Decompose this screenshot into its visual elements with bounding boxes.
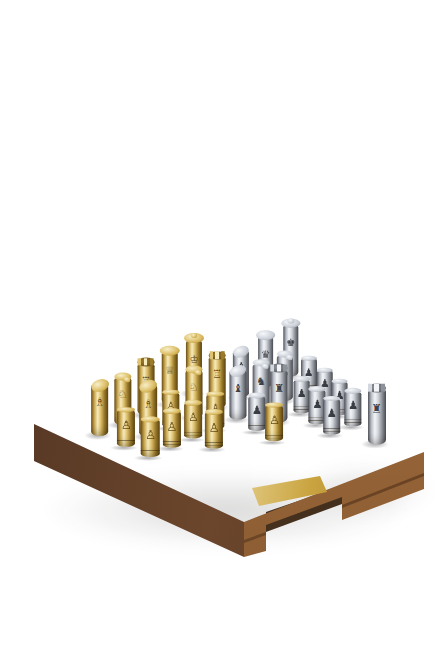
piece-silver-pawn-g3[interactable]: ♟	[323, 398, 341, 434]
rook-crenellation	[209, 351, 225, 358]
piece-glyph: ♔	[186, 354, 202, 365]
piece-gold-bishop-a8[interactable]: ♗	[91, 383, 109, 436]
drawer-notch[interactable]	[0, 0, 435, 650]
piece-gold-pawn-c5[interactable]: ♙	[205, 412, 223, 449]
piece-glyph: ♙	[184, 412, 202, 424]
piece-gold-pawn-c6[interactable]: ♙	[184, 402, 202, 439]
piece-body: ♟	[344, 392, 361, 426]
piece-silver-bishop-e6[interactable]: ♝	[229, 369, 246, 420]
rook-crenellation	[271, 364, 288, 372]
piece-body: ♙	[265, 406, 283, 441]
piece-glyph: ♟	[323, 408, 341, 420]
piece-glyph: ♟	[293, 388, 310, 399]
piece-glyph: ♟	[344, 400, 361, 411]
piece-cap	[248, 393, 266, 399]
piece-glyph: ♝	[229, 383, 246, 394]
piece-silver-pawn-g5[interactable]: ♟	[293, 379, 310, 414]
piece-cap	[162, 389, 179, 395]
piece-body: ♟	[323, 400, 341, 435]
piece-body: ♙	[163, 412, 181, 448]
piece-glyph: ♙	[163, 421, 181, 433]
piece-cap	[163, 408, 181, 414]
piece-glyph: ♞	[253, 376, 270, 387]
piece-cap	[344, 388, 361, 394]
piece-silver-pawn-e5[interactable]: ♟	[248, 395, 266, 431]
piece-glyph: ♚	[283, 338, 298, 348]
piece-silver-rook-h1[interactable]: ♜	[368, 388, 386, 445]
piece-glyph: ♕	[162, 365, 179, 376]
piece-gold-pawn-b6[interactable]: ♙	[163, 411, 181, 448]
rook-crenellation	[368, 384, 385, 392]
piece-cap	[331, 378, 348, 384]
piece-cap	[205, 409, 223, 415]
piece-cap	[293, 376, 310, 382]
piece-glyph: ♖	[209, 369, 226, 380]
piece-glyph: ♙	[117, 419, 135, 431]
piece-body: ♙	[117, 411, 135, 447]
piece-body: ♝	[229, 371, 246, 420]
piece-glyph: ♜	[368, 403, 386, 415]
drawer-seam-left	[0, 0, 435, 650]
piece-glyph: ♙	[141, 429, 160, 441]
piece-gold-pawn-e4[interactable]: ♙	[265, 405, 283, 442]
piece-cap	[141, 416, 160, 422]
piece-cap	[207, 391, 224, 397]
piece-body: ♙	[205, 413, 223, 449]
piece-glyph: ♘	[114, 389, 131, 400]
piece-glyph: ♙	[265, 415, 283, 427]
drawer-seam	[0, 0, 435, 650]
piece-gold-pawn-a7[interactable]: ♙	[117, 409, 135, 446]
piece-body: ♙	[141, 420, 160, 456]
piece-glyph: ♜	[271, 383, 288, 394]
rook-crenellation	[138, 358, 154, 366]
piece-body: ♜	[368, 390, 386, 445]
king-finial	[288, 318, 294, 323]
piece-silver-pawn-h3[interactable]: ♟	[344, 391, 361, 427]
piece-glyph: ♗	[91, 397, 109, 409]
box-left-face	[0, 0, 435, 650]
piece-body: ♟	[248, 397, 266, 432]
piece-glyph: ♟	[248, 405, 266, 417]
piece-glyph: ♗	[139, 398, 157, 410]
piece-body: ♟	[293, 380, 310, 413]
piece-cap	[184, 400, 202, 406]
piece-body: ♙	[184, 404, 202, 439]
piece-cap	[309, 386, 326, 392]
box-front-face	[0, 0, 435, 650]
piece-cap	[117, 407, 135, 413]
piece-cap	[323, 396, 341, 402]
piece-body: ♗	[91, 385, 109, 436]
piece-glyph: ♘	[185, 382, 202, 393]
square-f2[interactable]	[308, 441, 341, 457]
piece-gold-pawn-a6[interactable]: ♙	[141, 419, 160, 457]
brass-clasp-plate[interactable]	[0, 0, 435, 650]
square-e2[interactable]	[287, 449, 321, 465]
square-d3[interactable]	[252, 448, 288, 464]
product-shot: ♗♘♖♕♔♙♗♙♘♖♙♙♙♙♙♙♝♛♚♝♞♞♟♟♜♟♟♟♟♟♟♜	[0, 0, 435, 650]
piece-cap	[160, 346, 180, 356]
piece-cap	[265, 402, 283, 408]
piece-glyph: ♙	[205, 422, 223, 434]
